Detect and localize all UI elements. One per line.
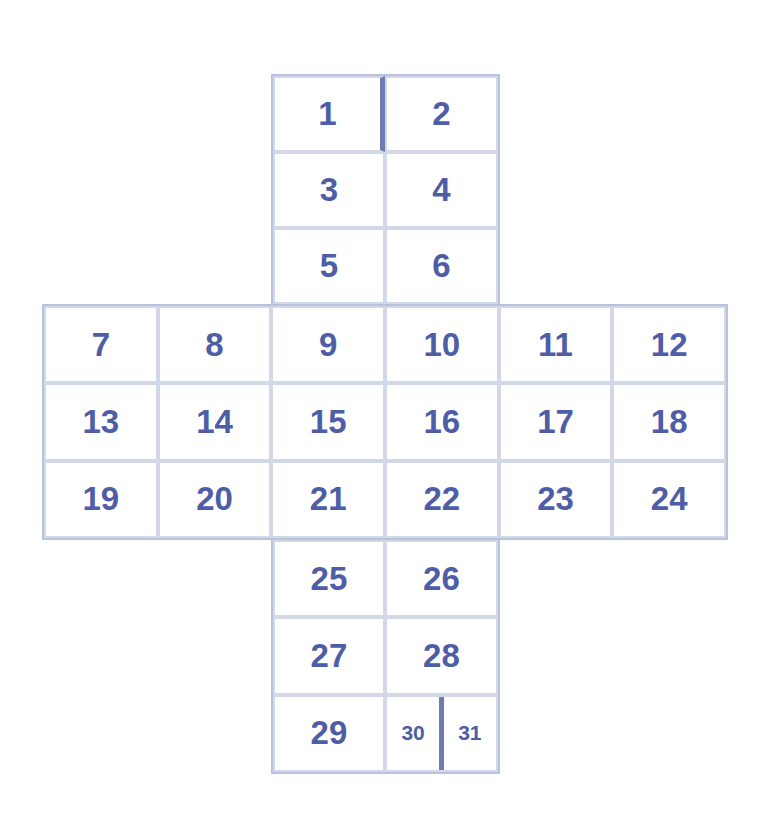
cell-9[interactable]: 9 [271,306,385,383]
cell-29[interactable]: 29 [273,695,386,772]
cell-5[interactable]: 5 [273,228,386,304]
cell-6[interactable]: 6 [385,228,498,304]
cell-2[interactable]: 2 [385,76,498,152]
cell-30[interactable]: 30 [387,697,439,770]
cell-31[interactable]: 31 [439,697,496,770]
board-bottom-arm: 25 26 27 28 29 30 31 [271,538,500,774]
cell-15[interactable]: 15 [271,383,385,460]
cell-7[interactable]: 7 [44,306,158,383]
cell-18[interactable]: 18 [612,383,726,460]
cell-3[interactable]: 3 [273,152,386,228]
cell-16[interactable]: 16 [385,383,499,460]
cell-26[interactable]: 26 [385,540,498,617]
cross-number-board: 1 2 3 4 5 6 7 8 9 10 11 12 13 14 15 16 1… [0,0,768,834]
cell-23[interactable]: 23 [499,461,613,538]
cell-27[interactable]: 27 [273,617,386,694]
board-top-arm: 1 2 3 4 5 6 [271,74,500,306]
cell-13[interactable]: 13 [44,383,158,460]
cell-12[interactable]: 12 [612,306,726,383]
cell-14[interactable]: 14 [158,383,272,460]
cell-17[interactable]: 17 [499,383,613,460]
cell-11[interactable]: 11 [499,306,613,383]
cell-4[interactable]: 4 [385,152,498,228]
cell-8[interactable]: 8 [158,306,272,383]
cell-21[interactable]: 21 [271,461,385,538]
cell-10[interactable]: 10 [385,306,499,383]
cell-28[interactable]: 28 [385,617,498,694]
cell-30-31-pair: 30 31 [385,695,498,772]
cell-24[interactable]: 24 [612,461,726,538]
cell-19[interactable]: 19 [44,461,158,538]
cell-22[interactable]: 22 [385,461,499,538]
cell-1[interactable]: 1 [273,76,386,152]
cell-20[interactable]: 20 [158,461,272,538]
board-middle-band: 7 8 9 10 11 12 13 14 15 16 17 18 19 20 2… [42,304,728,540]
cell-25[interactable]: 25 [273,540,386,617]
